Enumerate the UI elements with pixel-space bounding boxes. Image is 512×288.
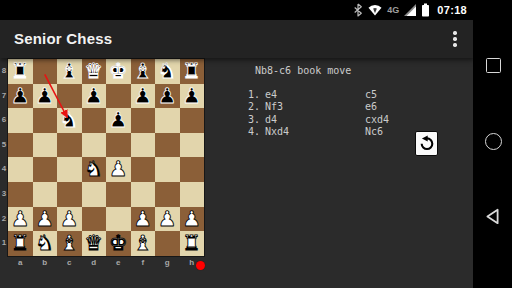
square-d1[interactable]: ♛	[82, 231, 107, 256]
move-list: 1. e4 c5 2. Nf3 e6 3. d4 cxd4 4. Nxd4 Nc…	[248, 89, 389, 138]
app-bar: Senior Chess	[0, 20, 474, 58]
wifi-icon	[368, 4, 382, 16]
bluetooth-icon	[353, 3, 363, 17]
square-b6[interactable]	[33, 108, 58, 133]
square-h4[interactable]	[180, 157, 205, 182]
recents-button[interactable]	[486, 58, 501, 73]
square-b1[interactable]: ♞	[33, 231, 58, 256]
square-d6[interactable]	[82, 108, 107, 133]
rank-label-2: 2	[0, 207, 8, 232]
square-h7[interactable]: ♟	[180, 84, 205, 109]
file-label-c: c	[57, 257, 82, 268]
square-f8[interactable]: ♝	[131, 59, 156, 84]
white-pawn: ♟	[57, 207, 82, 232]
square-g1[interactable]	[155, 231, 180, 256]
kebab-dot	[453, 31, 456, 34]
rank-label-4: 4	[0, 157, 8, 182]
black-bishop: ♝	[131, 59, 156, 84]
black-move: Nc6	[365, 126, 383, 138]
square-e7[interactable]	[106, 84, 131, 109]
chess-board[interactable]: ♜♝♛♚♝♞♜♟♟♟♟♟♟♞♟♞♟♟♟♟♟♟♟♜♞♝♛♚♝♜	[8, 59, 204, 256]
square-c5[interactable]	[57, 133, 82, 158]
square-a1[interactable]: ♜	[8, 231, 33, 256]
navigation-bar	[473, 0, 512, 288]
square-a8[interactable]: ♜	[8, 59, 33, 84]
square-c4[interactable]	[57, 157, 82, 182]
square-g4[interactable]	[155, 157, 180, 182]
signal-strength-icon	[404, 4, 416, 16]
square-f5[interactable]	[131, 133, 156, 158]
white-move: d4	[265, 114, 365, 126]
square-e4[interactable]: ♟	[106, 157, 131, 182]
black-bishop: ♝	[57, 59, 82, 84]
black-rook: ♜	[8, 59, 33, 84]
black-king: ♚	[106, 59, 131, 84]
black-move: cxd4	[365, 114, 389, 126]
square-b5[interactable]	[33, 133, 58, 158]
black-knight: ♞	[155, 59, 180, 84]
square-g6[interactable]	[155, 108, 180, 133]
file-label-f: f	[131, 257, 156, 268]
square-e2[interactable]	[106, 207, 131, 232]
square-b8[interactable]	[33, 59, 58, 84]
rank-labels: 87654321	[0, 59, 8, 256]
square-c6[interactable]: ♞	[57, 108, 82, 133]
android-screen: 4G 07:18 Senior Chess 87654321 ♜♝♛♚♝♞♜♟♟…	[0, 0, 512, 288]
square-b3[interactable]	[33, 182, 58, 207]
square-f3[interactable]	[131, 182, 156, 207]
book-move-text: Nb8-c6 book move	[255, 65, 351, 76]
square-h3[interactable]	[180, 182, 205, 207]
white-queen: ♛	[82, 231, 107, 256]
square-g3[interactable]	[155, 182, 180, 207]
square-g2[interactable]: ♟	[155, 207, 180, 232]
white-bishop: ♝	[131, 231, 156, 256]
file-label-e: e	[106, 257, 131, 268]
square-f2[interactable]: ♟	[131, 207, 156, 232]
square-h6[interactable]	[180, 108, 205, 133]
status-bar: 4G 07:18	[0, 0, 474, 20]
black-knight: ♞	[57, 108, 82, 133]
black-pawn: ♟	[131, 84, 156, 109]
square-e6[interactable]: ♟	[106, 108, 131, 133]
app-title: Senior Chess	[14, 20, 112, 58]
square-a4[interactable]	[8, 157, 33, 182]
square-e3[interactable]	[106, 182, 131, 207]
square-g7[interactable]: ♟	[155, 84, 180, 109]
square-a5[interactable]	[8, 133, 33, 158]
black-move: c5	[365, 89, 377, 101]
square-d7[interactable]: ♟	[82, 84, 107, 109]
content-area: 87654321 ♜♝♛♚♝♞♜♟♟♟♟♟♟♞♟♞♟♟♟♟♟♟♟♜♞♝♛♚♝♜ …	[0, 58, 474, 288]
move-number: 3.	[248, 114, 265, 126]
square-f4[interactable]	[131, 157, 156, 182]
square-d4[interactable]: ♞	[82, 157, 107, 182]
square-b2[interactable]: ♟	[33, 207, 58, 232]
rank-label-5: 5	[0, 133, 8, 158]
black-pawn: ♟	[180, 84, 205, 109]
battery-icon	[421, 3, 430, 17]
move-row: 3. d4 cxd4	[248, 114, 389, 126]
square-h5[interactable]	[180, 133, 205, 158]
rank-label-7: 7	[0, 84, 8, 109]
rank-label-1: 1	[0, 231, 8, 256]
white-king: ♚	[106, 231, 131, 256]
file-label-a: a	[8, 257, 33, 268]
square-g8[interactable]: ♞	[155, 59, 180, 84]
file-label-g: g	[155, 257, 180, 268]
square-h1[interactable]: ♜	[180, 231, 205, 256]
undo-move-button[interactable]	[415, 131, 438, 156]
move-row: 2. Nf3 e6	[248, 101, 389, 113]
kebab-dot	[453, 43, 456, 46]
move-row: 4. Nxd4 Nc6	[248, 126, 389, 138]
square-d5[interactable]	[82, 133, 107, 158]
square-c7[interactable]	[57, 84, 82, 109]
white-move: Nxd4	[265, 126, 365, 138]
black-pawn: ♟	[106, 108, 131, 133]
back-button[interactable]	[485, 208, 500, 225]
white-knight: ♞	[82, 157, 107, 182]
rank-label-3: 3	[0, 182, 8, 207]
white-pawn: ♟	[8, 207, 33, 232]
move-row: 1. e4 c5	[248, 89, 389, 101]
overflow-menu-button[interactable]	[443, 27, 467, 51]
square-e8[interactable]: ♚	[106, 59, 131, 84]
white-rook: ♜	[180, 231, 205, 256]
white-pawn: ♟	[106, 157, 131, 182]
file-labels: abcdefgh	[8, 257, 204, 268]
kebab-dot	[453, 37, 456, 40]
white-pawn: ♟	[131, 207, 156, 232]
file-label-d: d	[82, 257, 107, 268]
square-e5[interactable]	[106, 133, 131, 158]
square-d8[interactable]: ♛	[82, 59, 107, 84]
square-g5[interactable]	[155, 133, 180, 158]
square-a2[interactable]: ♟	[8, 207, 33, 232]
square-b4[interactable]	[33, 157, 58, 182]
black-move: e6	[365, 101, 377, 113]
home-button[interactable]	[485, 133, 502, 150]
move-number: 2.	[248, 101, 265, 113]
rank-label-6: 6	[0, 108, 8, 133]
undo-icon	[419, 135, 435, 152]
white-move: e4	[265, 89, 365, 101]
black-rook: ♜	[180, 59, 205, 84]
white-knight: ♞	[33, 231, 58, 256]
black-queen: ♛	[82, 59, 107, 84]
square-a3[interactable]	[8, 182, 33, 207]
square-a7[interactable]: ♟	[8, 84, 33, 109]
black-pawn: ♟	[82, 84, 107, 109]
white-pawn: ♟	[155, 207, 180, 232]
clock: 07:18	[437, 4, 467, 16]
white-pawn: ♟	[180, 207, 205, 232]
network-type-label: 4G	[387, 5, 399, 15]
black-pawn: ♟	[33, 84, 58, 109]
white-rook: ♜	[8, 231, 33, 256]
white-bishop: ♝	[57, 231, 82, 256]
square-c2[interactable]: ♟	[57, 207, 82, 232]
square-f6[interactable]	[131, 108, 156, 133]
move-number: 1.	[248, 89, 265, 101]
black-pawn: ♟	[8, 84, 33, 109]
square-f7[interactable]: ♟	[131, 84, 156, 109]
white-move: Nf3	[265, 101, 365, 113]
engine-thinking-indicator	[196, 261, 205, 270]
square-d3[interactable]	[82, 182, 107, 207]
move-number: 4.	[248, 126, 265, 138]
file-label-b: b	[33, 257, 58, 268]
square-h2[interactable]: ♟	[180, 207, 205, 232]
square-d2[interactable]	[82, 207, 107, 232]
white-pawn: ♟	[33, 207, 58, 232]
square-f1[interactable]: ♝	[131, 231, 156, 256]
square-a6[interactable]	[8, 108, 33, 133]
square-c8[interactable]: ♝	[57, 59, 82, 84]
square-e1[interactable]: ♚	[106, 231, 131, 256]
rank-label-8: 8	[0, 59, 8, 84]
black-pawn: ♟	[155, 84, 180, 109]
square-c1[interactable]: ♝	[57, 231, 82, 256]
square-h8[interactable]: ♜	[180, 59, 205, 84]
square-b7[interactable]: ♟	[33, 84, 58, 109]
square-c3[interactable]	[57, 182, 82, 207]
